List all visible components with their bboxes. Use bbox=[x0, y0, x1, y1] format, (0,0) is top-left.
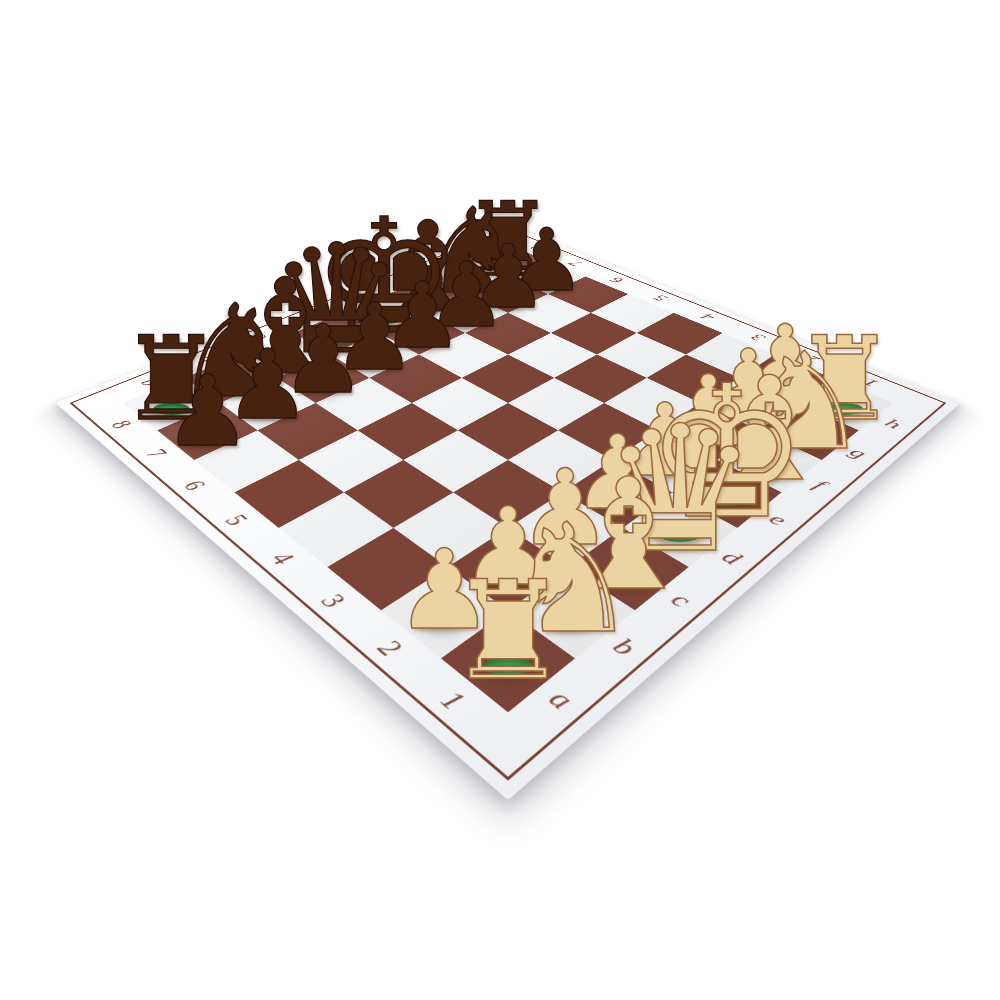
piece-white-rook-a1[interactable]: ♜ bbox=[447, 563, 569, 700]
product-photo-scene: aa11bb22cc33dd44ee55ff66gg77hh88 ♜♞♝♛♚♝♞… bbox=[0, 0, 1000, 1000]
piece-black-pawn-a7[interactable]: ♟ bbox=[163, 363, 251, 461]
